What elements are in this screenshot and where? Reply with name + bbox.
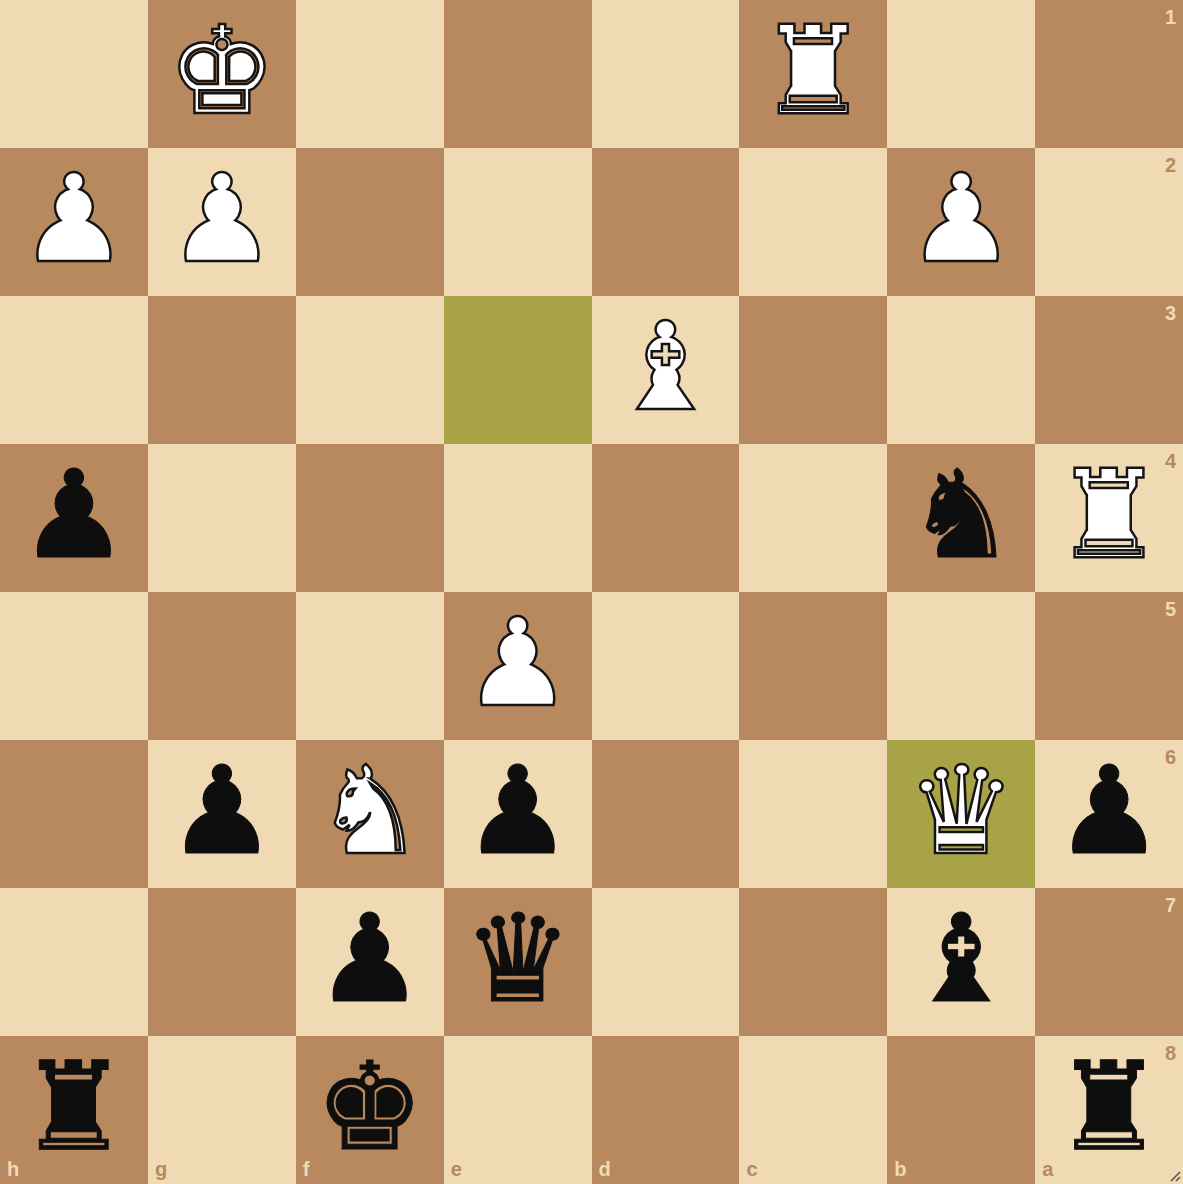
rank-label-7: 7: [1165, 895, 1176, 915]
square-g1[interactable]: ♚: [148, 0, 296, 148]
square-h6[interactable]: [0, 740, 148, 888]
white-pawn-e5[interactable]: ♟: [463, 602, 572, 724]
square-e2[interactable]: [444, 148, 592, 296]
square-d1[interactable]: [592, 0, 740, 148]
rank-label-5: 5: [1165, 599, 1176, 619]
square-f7[interactable]: ♟: [296, 888, 444, 1036]
square-b3[interactable]: [887, 296, 1035, 444]
square-d2[interactable]: [592, 148, 740, 296]
square-b8[interactable]: b: [887, 1036, 1035, 1184]
square-f6[interactable]: ♞: [296, 740, 444, 888]
square-f1[interactable]: [296, 0, 444, 148]
white-pawn-b2[interactable]: ♟: [907, 158, 1016, 280]
square-e3[interactable]: [444, 296, 592, 444]
white-king-g1[interactable]: ♚: [167, 10, 276, 132]
white-queen-b6[interactable]: ♛: [907, 750, 1016, 872]
square-a3[interactable]: 3: [1035, 296, 1183, 444]
white-bishop-d3[interactable]: ♝: [611, 306, 720, 428]
square-g4[interactable]: [148, 444, 296, 592]
square-c7[interactable]: [739, 888, 887, 1036]
rank-label-6: 6: [1165, 747, 1176, 767]
black-rook-a8[interactable]: ♜: [1054, 1046, 1163, 1168]
square-b5[interactable]: [887, 592, 1035, 740]
square-g2[interactable]: ♟: [148, 148, 296, 296]
black-queen-e7[interactable]: ♛: [463, 898, 572, 1020]
square-e4[interactable]: [444, 444, 592, 592]
square-h4[interactable]: ♟: [0, 444, 148, 592]
square-d5[interactable]: [592, 592, 740, 740]
square-g5[interactable]: [148, 592, 296, 740]
file-label-b: b: [894, 1159, 906, 1179]
black-pawn-h4[interactable]: ♟: [19, 454, 128, 576]
square-c4[interactable]: [739, 444, 887, 592]
black-pawn-e6[interactable]: ♟: [463, 750, 572, 872]
square-c1[interactable]: ♜: [739, 0, 887, 148]
black-knight-b4[interactable]: ♞: [907, 454, 1016, 576]
file-label-c: c: [746, 1159, 757, 1179]
square-e7[interactable]: ♛: [444, 888, 592, 1036]
square-g8[interactable]: g: [148, 1036, 296, 1184]
square-g3[interactable]: [148, 296, 296, 444]
black-bishop-b7[interactable]: ♝: [907, 898, 1016, 1020]
white-knight-f6[interactable]: ♞: [315, 750, 424, 872]
square-h8[interactable]: ♜h: [0, 1036, 148, 1184]
square-f4[interactable]: [296, 444, 444, 592]
black-king-f8[interactable]: ♚: [315, 1046, 424, 1168]
file-label-e: e: [451, 1159, 462, 1179]
square-a7[interactable]: 7: [1035, 888, 1183, 1036]
square-a8[interactable]: ♜8a: [1035, 1036, 1183, 1184]
square-b4[interactable]: ♞: [887, 444, 1035, 592]
square-g7[interactable]: [148, 888, 296, 1036]
square-c8[interactable]: c: [739, 1036, 887, 1184]
square-h5[interactable]: [0, 592, 148, 740]
black-pawn-g6[interactable]: ♟: [167, 750, 276, 872]
square-d3[interactable]: ♝: [592, 296, 740, 444]
rank-label-1: 1: [1165, 7, 1176, 27]
square-c3[interactable]: [739, 296, 887, 444]
square-b6[interactable]: ♛: [887, 740, 1035, 888]
white-pawn-g2[interactable]: ♟: [167, 158, 276, 280]
square-e1[interactable]: [444, 0, 592, 148]
square-e6[interactable]: ♟: [444, 740, 592, 888]
square-h1[interactable]: [0, 0, 148, 148]
white-rook-c1[interactable]: ♜: [759, 10, 868, 132]
square-f3[interactable]: [296, 296, 444, 444]
square-c6[interactable]: [739, 740, 887, 888]
white-rook-a4[interactable]: ♜: [1054, 454, 1163, 576]
square-d6[interactable]: [592, 740, 740, 888]
square-h2[interactable]: ♟: [0, 148, 148, 296]
square-a1[interactable]: 1: [1035, 0, 1183, 148]
rank-label-4: 4: [1165, 451, 1176, 471]
black-pawn-a6[interactable]: ♟: [1054, 750, 1163, 872]
square-e5[interactable]: ♟: [444, 592, 592, 740]
file-label-d: d: [599, 1159, 611, 1179]
square-b7[interactable]: ♝: [887, 888, 1035, 1036]
square-a6[interactable]: ♟6: [1035, 740, 1183, 888]
rank-label-8: 8: [1165, 1043, 1176, 1063]
chess-board: ♚♜1♟♟♟2♝3♟♞♜4♟5♟♞♟♛♟6♟♛♝7♜hg♚fedcb♜8a: [0, 0, 1183, 1184]
square-e8[interactable]: e: [444, 1036, 592, 1184]
file-label-h: h: [7, 1159, 19, 1179]
square-f2[interactable]: [296, 148, 444, 296]
square-a5[interactable]: 5: [1035, 592, 1183, 740]
square-a4[interactable]: ♜4: [1035, 444, 1183, 592]
rank-label-3: 3: [1165, 303, 1176, 323]
square-b2[interactable]: ♟: [887, 148, 1035, 296]
square-d4[interactable]: [592, 444, 740, 592]
file-label-g: g: [155, 1159, 167, 1179]
square-b1[interactable]: [887, 0, 1035, 148]
black-pawn-f7[interactable]: ♟: [315, 898, 424, 1020]
square-d7[interactable]: [592, 888, 740, 1036]
square-g6[interactable]: ♟: [148, 740, 296, 888]
square-f5[interactable]: [296, 592, 444, 740]
black-rook-h8[interactable]: ♜: [19, 1046, 128, 1168]
rank-label-2: 2: [1165, 155, 1176, 175]
square-h7[interactable]: [0, 888, 148, 1036]
square-c5[interactable]: [739, 592, 887, 740]
square-f8[interactable]: ♚f: [296, 1036, 444, 1184]
square-a2[interactable]: 2: [1035, 148, 1183, 296]
white-pawn-h2[interactable]: ♟: [19, 158, 128, 280]
square-c2[interactable]: [739, 148, 887, 296]
resize-handle-icon[interactable]: [1164, 1165, 1182, 1183]
square-d8[interactable]: d: [592, 1036, 740, 1184]
file-label-f: f: [303, 1159, 310, 1179]
square-h3[interactable]: [0, 296, 148, 444]
file-label-a: a: [1042, 1159, 1053, 1179]
